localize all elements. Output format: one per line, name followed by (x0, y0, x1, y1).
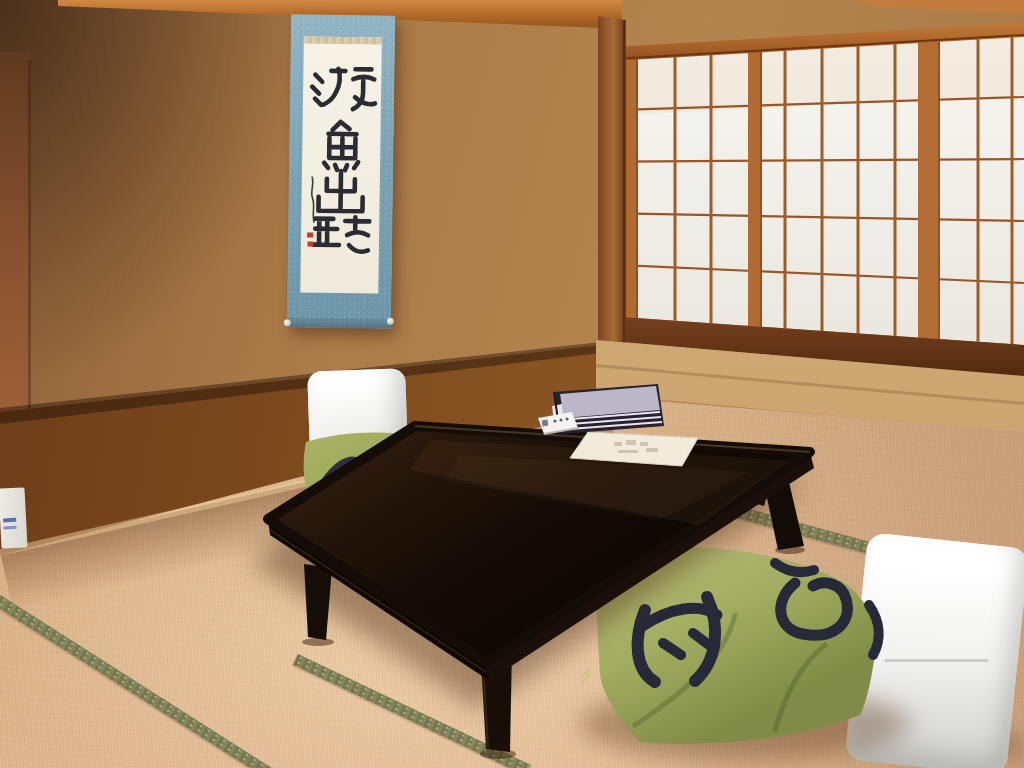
signature-and-seals (307, 177, 315, 247)
seal-stamp (307, 242, 313, 247)
package-label-text (3, 518, 16, 523)
scroll-roller-knob (387, 318, 394, 325)
kanji-strokes (310, 69, 376, 252)
scroll-roller-knob (284, 319, 291, 326)
package-label-text (3, 526, 16, 530)
scroll-roller (287, 317, 391, 328)
tatami-room-photo: 游魚出聴 (0, 0, 1024, 768)
hanging-scroll: 游魚出聴 (287, 14, 395, 328)
printed-sheet (570, 432, 698, 466)
wall-shadow (0, 0, 300, 380)
scroll-calligraphy (300, 36, 382, 293)
table-items (528, 376, 728, 472)
wall-package (0, 487, 28, 548)
seal-stamp (307, 233, 313, 238)
